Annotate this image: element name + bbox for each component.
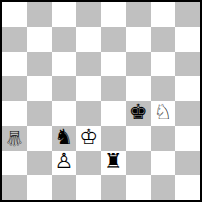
square-c1[interactable] (52, 175, 77, 200)
square-d3[interactable]: ♔ (76, 126, 101, 151)
square-g1[interactable] (151, 175, 176, 200)
square-h7[interactable] (175, 27, 200, 52)
square-h5[interactable] (175, 76, 200, 101)
square-h1[interactable] (175, 175, 200, 200)
piece-white-king-d3: ♔ (79, 127, 98, 148)
square-a4[interactable] (2, 101, 27, 126)
square-b5[interactable] (27, 76, 52, 101)
square-a6[interactable] (2, 52, 27, 77)
square-b1[interactable] (27, 175, 52, 200)
piece-black-king-f4: ♚ (129, 102, 148, 123)
piece-black-rook-e2: ♜ (104, 151, 123, 172)
square-a3[interactable]: ♕ (2, 126, 27, 151)
square-c2[interactable]: ♙ (52, 151, 77, 176)
piece-white-grasshopper-a3: ♕ (5, 127, 24, 148)
square-g5[interactable] (151, 76, 176, 101)
square-d5[interactable] (76, 76, 101, 101)
square-f4[interactable]: ♚ (126, 101, 151, 126)
square-b4[interactable] (27, 101, 52, 126)
square-g6[interactable] (151, 52, 176, 77)
square-d2[interactable] (76, 151, 101, 176)
square-f7[interactable] (126, 27, 151, 52)
square-g4[interactable]: ♘ (151, 101, 176, 126)
square-g3[interactable] (151, 126, 176, 151)
square-b6[interactable] (27, 52, 52, 77)
square-c6[interactable] (52, 52, 77, 77)
square-e2[interactable]: ♜ (101, 151, 126, 176)
square-c7[interactable] (52, 27, 77, 52)
square-b2[interactable] (27, 151, 52, 176)
square-c3[interactable]: ♞ (52, 126, 77, 151)
square-e8[interactable] (101, 2, 126, 27)
square-a8[interactable] (2, 2, 27, 27)
square-f1[interactable] (126, 175, 151, 200)
square-a5[interactable] (2, 76, 27, 101)
square-c5[interactable] (52, 76, 77, 101)
square-g7[interactable] (151, 27, 176, 52)
chess-diagram: ♚♘♕♞♔♙♜ (0, 0, 202, 202)
square-e1[interactable] (101, 175, 126, 200)
piece-white-knight-g4: ♘ (153, 102, 172, 123)
square-e6[interactable] (101, 52, 126, 77)
square-e7[interactable] (101, 27, 126, 52)
square-b7[interactable] (27, 27, 52, 52)
square-h4[interactable] (175, 101, 200, 126)
square-d6[interactable] (76, 52, 101, 77)
square-e3[interactable] (101, 126, 126, 151)
piece-black-knight-c3: ♞ (54, 127, 73, 148)
square-h6[interactable] (175, 52, 200, 77)
square-a2[interactable] (2, 151, 27, 176)
piece-white-pawn-c2: ♙ (54, 151, 73, 172)
square-h3[interactable] (175, 126, 200, 151)
square-c4[interactable] (52, 101, 77, 126)
chess-board: ♚♘♕♞♔♙♜ (0, 0, 202, 202)
square-d4[interactable] (76, 101, 101, 126)
square-f6[interactable] (126, 52, 151, 77)
square-h2[interactable] (175, 151, 200, 176)
square-c8[interactable] (52, 2, 77, 27)
square-f5[interactable] (126, 76, 151, 101)
square-d1[interactable] (76, 175, 101, 200)
square-b3[interactable] (27, 126, 52, 151)
square-g2[interactable] (151, 151, 176, 176)
square-a1[interactable] (2, 175, 27, 200)
square-f3[interactable] (126, 126, 151, 151)
square-d7[interactable] (76, 27, 101, 52)
square-a7[interactable] (2, 27, 27, 52)
square-f8[interactable] (126, 2, 151, 27)
square-f2[interactable] (126, 151, 151, 176)
square-h8[interactable] (175, 2, 200, 27)
square-d8[interactable] (76, 2, 101, 27)
square-b8[interactable] (27, 2, 52, 27)
square-e4[interactable] (101, 101, 126, 126)
square-g8[interactable] (151, 2, 176, 27)
square-e5[interactable] (101, 76, 126, 101)
